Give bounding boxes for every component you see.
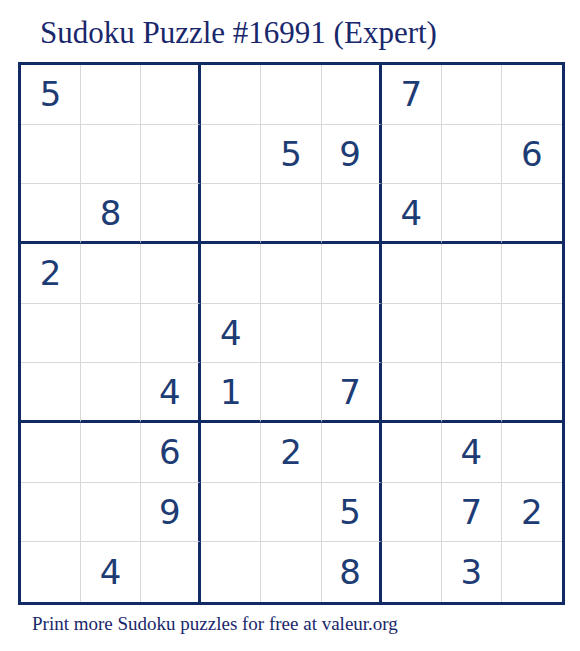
sudoku-cell-r2c8[interactable] xyxy=(442,125,502,185)
sudoku-cell-r3c1[interactable] xyxy=(21,184,81,244)
sudoku-cell-r8c1[interactable] xyxy=(21,483,81,543)
sudoku-cell-r1c8[interactable] xyxy=(442,65,502,125)
sudoku-cell-r2c4[interactable] xyxy=(201,125,261,185)
sudoku-cell-r7c5[interactable]: 2 xyxy=(261,423,321,483)
sudoku-cell-r2c9[interactable]: 6 xyxy=(502,125,562,185)
page: Sudoku Puzzle #16991 (Expert) 5759684244… xyxy=(0,0,580,651)
sudoku-cell-r2c5[interactable]: 5 xyxy=(261,125,321,185)
sudoku-cell-r6c9[interactable] xyxy=(502,363,562,423)
sudoku-cell-r3c5[interactable] xyxy=(261,184,321,244)
sudoku-cell-r5c6[interactable] xyxy=(322,304,382,364)
sudoku-cell-r7c7[interactable] xyxy=(382,423,442,483)
sudoku-cell-r9c8[interactable]: 3 xyxy=(442,542,502,602)
sudoku-cell-r8c2[interactable] xyxy=(81,483,141,543)
sudoku-cell-r1c9[interactable] xyxy=(502,65,562,125)
sudoku-cell-r2c2[interactable] xyxy=(81,125,141,185)
sudoku-cell-r8c7[interactable] xyxy=(382,483,442,543)
sudoku-cell-r3c7[interactable]: 4 xyxy=(382,184,442,244)
sudoku-cell-r5c4[interactable]: 4 xyxy=(201,304,261,364)
sudoku-cell-r6c6[interactable]: 7 xyxy=(322,363,382,423)
sudoku-cell-r9c7[interactable] xyxy=(382,542,442,602)
sudoku-cell-r7c9[interactable] xyxy=(502,423,562,483)
footer-text: Print more Sudoku puzzles for free at va… xyxy=(32,613,398,635)
sudoku-cell-r6c1[interactable] xyxy=(21,363,81,423)
sudoku-cell-r4c8[interactable] xyxy=(442,244,502,304)
sudoku-cell-r6c2[interactable] xyxy=(81,363,141,423)
sudoku-cell-r5c9[interactable] xyxy=(502,304,562,364)
sudoku-cell-r3c9[interactable] xyxy=(502,184,562,244)
sudoku-cell-r9c3[interactable] xyxy=(141,542,201,602)
sudoku-cell-r8c8[interactable]: 7 xyxy=(442,483,502,543)
sudoku-cell-r7c8[interactable]: 4 xyxy=(442,423,502,483)
sudoku-cell-r4c1[interactable]: 2 xyxy=(21,244,81,304)
sudoku-cell-r5c7[interactable] xyxy=(382,304,442,364)
sudoku-cell-r7c3[interactable]: 6 xyxy=(141,423,201,483)
sudoku-cell-r6c5[interactable] xyxy=(261,363,321,423)
sudoku-cell-r5c1[interactable] xyxy=(21,304,81,364)
sudoku-cell-r8c6[interactable]: 5 xyxy=(322,483,382,543)
sudoku-cell-r4c3[interactable] xyxy=(141,244,201,304)
sudoku-cell-r2c1[interactable] xyxy=(21,125,81,185)
sudoku-cell-r7c6[interactable] xyxy=(322,423,382,483)
sudoku-cell-r8c4[interactable] xyxy=(201,483,261,543)
sudoku-cell-r4c2[interactable] xyxy=(81,244,141,304)
sudoku-cell-r8c5[interactable] xyxy=(261,483,321,543)
sudoku-cell-r4c4[interactable] xyxy=(201,244,261,304)
sudoku-cell-r4c7[interactable] xyxy=(382,244,442,304)
sudoku-cell-r1c7[interactable]: 7 xyxy=(382,65,442,125)
sudoku-cell-r6c4[interactable]: 1 xyxy=(201,363,261,423)
sudoku-cell-r2c6[interactable]: 9 xyxy=(322,125,382,185)
sudoku-cell-r5c8[interactable] xyxy=(442,304,502,364)
sudoku-cell-r9c4[interactable] xyxy=(201,542,261,602)
sudoku-cell-r6c3[interactable]: 4 xyxy=(141,363,201,423)
sudoku-cell-r9c5[interactable] xyxy=(261,542,321,602)
sudoku-cell-r9c6[interactable]: 8 xyxy=(322,542,382,602)
sudoku-cell-r1c1[interactable]: 5 xyxy=(21,65,81,125)
sudoku-cell-r6c8[interactable] xyxy=(442,363,502,423)
sudoku-cell-r2c7[interactable] xyxy=(382,125,442,185)
sudoku-cell-r1c5[interactable] xyxy=(261,65,321,125)
sudoku-cell-r1c4[interactable] xyxy=(201,65,261,125)
sudoku-cell-r4c5[interactable] xyxy=(261,244,321,304)
sudoku-cell-r7c2[interactable] xyxy=(81,423,141,483)
sudoku-cell-r3c4[interactable] xyxy=(201,184,261,244)
sudoku-cell-r1c6[interactable] xyxy=(322,65,382,125)
sudoku-cell-r8c9[interactable]: 2 xyxy=(502,483,562,543)
sudoku-cell-r9c2[interactable]: 4 xyxy=(81,542,141,602)
page-title: Sudoku Puzzle #16991 (Expert) xyxy=(40,16,437,50)
sudoku-cell-r1c3[interactable] xyxy=(141,65,201,125)
sudoku-cell-r7c1[interactable] xyxy=(21,423,81,483)
sudoku-cell-r1c2[interactable] xyxy=(81,65,141,125)
sudoku-cell-r9c1[interactable] xyxy=(21,542,81,602)
sudoku-cell-r5c5[interactable] xyxy=(261,304,321,364)
sudoku-cell-r5c3[interactable] xyxy=(141,304,201,364)
sudoku-cell-r3c2[interactable]: 8 xyxy=(81,184,141,244)
sudoku-cell-r8c3[interactable]: 9 xyxy=(141,483,201,543)
sudoku-grid: 5759684244176249572483 xyxy=(18,62,565,605)
sudoku-cell-r5c2[interactable] xyxy=(81,304,141,364)
sudoku-cell-r4c9[interactable] xyxy=(502,244,562,304)
sudoku-cell-r4c6[interactable] xyxy=(322,244,382,304)
sudoku-cell-r9c9[interactable] xyxy=(502,542,562,602)
sudoku-cell-r3c8[interactable] xyxy=(442,184,502,244)
sudoku-cell-r6c7[interactable] xyxy=(382,363,442,423)
sudoku-cell-r3c3[interactable] xyxy=(141,184,201,244)
sudoku-cell-r3c6[interactable] xyxy=(322,184,382,244)
sudoku-cell-r2c3[interactable] xyxy=(141,125,201,185)
sudoku-cell-r7c4[interactable] xyxy=(201,423,261,483)
